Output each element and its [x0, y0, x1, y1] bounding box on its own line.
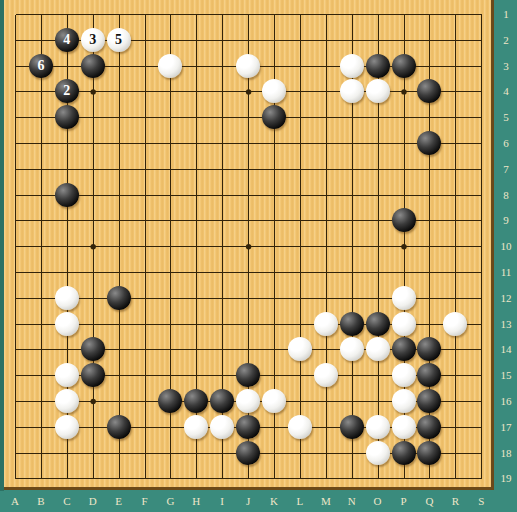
stone-black-P3[interactable] [392, 54, 416, 78]
stone-black-C5[interactable] [55, 105, 79, 129]
stone-white-R13[interactable] [443, 312, 467, 336]
stone-black-Q16[interactable] [417, 389, 441, 413]
stone-white-O18[interactable] [366, 441, 390, 465]
row-label-8: 8 [503, 189, 509, 201]
stone-white-N4[interactable] [340, 79, 364, 103]
stone-black-D3[interactable] [81, 54, 105, 78]
stone-white-P17[interactable] [392, 415, 416, 439]
stone-white-P12[interactable] [392, 286, 416, 310]
stone-black-P14[interactable] [392, 337, 416, 361]
row-label-5: 5 [503, 111, 509, 123]
move-number-4: 4 [63, 33, 70, 47]
stone-black-J17[interactable] [236, 415, 260, 439]
col-label-B: B [37, 495, 44, 507]
col-label-F: F [141, 495, 147, 507]
col-label-P: P [400, 495, 406, 507]
stone-black-Q14[interactable] [417, 337, 441, 361]
move-number-5: 5 [115, 33, 122, 47]
stone-black-Q6[interactable] [417, 131, 441, 155]
stone-black-I16[interactable] [210, 389, 234, 413]
col-label-G: G [166, 495, 174, 507]
stone-white-C15[interactable] [55, 363, 79, 387]
stone-black-Q17[interactable] [417, 415, 441, 439]
stone-black-D15[interactable] [81, 363, 105, 387]
stone-black-H16[interactable] [184, 389, 208, 413]
stone-black-E12[interactable] [107, 286, 131, 310]
row-label-13: 13 [501, 318, 512, 330]
stone-black-J18[interactable] [236, 441, 260, 465]
col-label-R: R [452, 495, 459, 507]
stone-white-H17[interactable] [184, 415, 208, 439]
stone-white-L17[interactable] [288, 415, 312, 439]
col-label-L: L [297, 495, 304, 507]
row-label-7: 7 [503, 163, 509, 175]
col-label-Q: Q [425, 495, 433, 507]
col-label-A: A [11, 495, 19, 507]
stone-black-K5[interactable] [262, 105, 286, 129]
stone-black-C8[interactable] [55, 183, 79, 207]
stone-white-C16[interactable] [55, 389, 79, 413]
stone-white-J16[interactable] [236, 389, 260, 413]
row-label-14: 14 [501, 343, 512, 355]
row-label-10: 10 [501, 240, 512, 252]
row-label-9: 9 [503, 214, 509, 226]
stone-black-G16[interactable] [158, 389, 182, 413]
col-label-I: I [220, 495, 224, 507]
stone-black-D14[interactable] [81, 337, 105, 361]
col-label-C: C [63, 495, 70, 507]
stone-black-N13[interactable] [340, 312, 364, 336]
row-label-2: 2 [503, 34, 509, 46]
stone-black-C2[interactable]: 4 [55, 28, 79, 52]
stone-white-N3[interactable] [340, 54, 364, 78]
stone-white-O4[interactable] [366, 79, 390, 103]
col-label-S: S [478, 495, 484, 507]
go-diagram: 43562 ABCDEFGHIJKLMNOPQRS123456789101112… [0, 0, 517, 512]
row-label-1: 1 [503, 8, 509, 20]
stone-white-M15[interactable] [314, 363, 338, 387]
stone-black-O3[interactable] [366, 54, 390, 78]
stone-white-O17[interactable] [366, 415, 390, 439]
col-label-N: N [348, 495, 356, 507]
stone-black-Q15[interactable] [417, 363, 441, 387]
stone-white-L14[interactable] [288, 337, 312, 361]
stone-white-M13[interactable] [314, 312, 338, 336]
stone-black-C4[interactable]: 2 [55, 79, 79, 103]
row-label-4: 4 [503, 85, 509, 97]
stone-white-E2[interactable]: 5 [107, 28, 131, 52]
row-label-18: 18 [501, 447, 512, 459]
stone-white-N14[interactable] [340, 337, 364, 361]
stone-black-B3[interactable]: 6 [29, 54, 53, 78]
col-label-E: E [115, 495, 122, 507]
stone-black-Q4[interactable] [417, 79, 441, 103]
stone-white-C17[interactable] [55, 415, 79, 439]
stone-white-D2[interactable]: 3 [81, 28, 105, 52]
stone-white-K4[interactable] [262, 79, 286, 103]
row-label-19: 19 [501, 472, 512, 484]
col-label-K: K [270, 495, 278, 507]
stone-white-P15[interactable] [392, 363, 416, 387]
stone-white-J3[interactable] [236, 54, 260, 78]
stone-black-N17[interactable] [340, 415, 364, 439]
stone-black-P9[interactable] [392, 208, 416, 232]
stone-white-P13[interactable] [392, 312, 416, 336]
col-label-M: M [321, 495, 331, 507]
stone-black-O13[interactable] [366, 312, 390, 336]
stone-white-K16[interactable] [262, 389, 286, 413]
row-label-3: 3 [503, 60, 509, 72]
row-label-16: 16 [501, 395, 512, 407]
stone-white-P16[interactable] [392, 389, 416, 413]
stone-white-G3[interactable] [158, 54, 182, 78]
move-number-3: 3 [89, 33, 96, 47]
stone-white-C13[interactable] [55, 312, 79, 336]
col-label-O: O [374, 495, 382, 507]
col-label-J: J [246, 495, 250, 507]
stone-white-C12[interactable] [55, 286, 79, 310]
stone-black-P18[interactable] [392, 441, 416, 465]
stone-white-O14[interactable] [366, 337, 390, 361]
stone-black-Q18[interactable] [417, 441, 441, 465]
row-label-11: 11 [501, 266, 512, 278]
move-number-6: 6 [37, 59, 44, 73]
stone-white-I17[interactable] [210, 415, 234, 439]
move-number-2: 2 [63, 84, 70, 98]
row-label-17: 17 [501, 421, 512, 433]
row-label-6: 6 [503, 137, 509, 149]
col-label-H: H [192, 495, 200, 507]
stone-black-J15[interactable] [236, 363, 260, 387]
row-label-15: 15 [501, 369, 512, 381]
col-label-D: D [89, 495, 97, 507]
row-label-12: 12 [501, 292, 512, 304]
stone-black-E17[interactable] [107, 415, 131, 439]
